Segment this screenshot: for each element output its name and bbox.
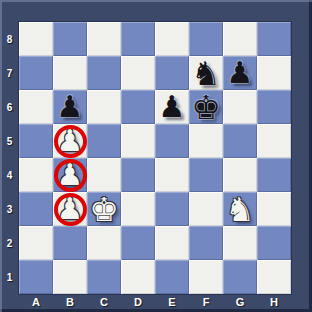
square-a2[interactable]	[19, 226, 53, 260]
square-f1[interactable]	[189, 260, 223, 294]
chess-board: ♞♟♟♟♚♟♟♟♚♞	[19, 22, 291, 294]
square-d6[interactable]	[121, 90, 155, 124]
square-g2[interactable]	[223, 226, 257, 260]
black-king: ♚	[189, 90, 223, 124]
square-d2[interactable]	[121, 226, 155, 260]
square-d7[interactable]	[121, 56, 155, 90]
square-c4[interactable]	[87, 158, 121, 192]
square-c3[interactable]: ♚	[87, 192, 121, 226]
white-knight: ♞	[223, 192, 257, 226]
square-e1[interactable]	[155, 260, 189, 294]
white-pawn: ♟	[53, 124, 87, 158]
rank-label-2: 2	[0, 226, 19, 260]
square-e4[interactable]	[155, 158, 189, 192]
square-g4[interactable]	[223, 158, 257, 192]
square-a1[interactable]	[19, 260, 53, 294]
square-f5[interactable]	[189, 124, 223, 158]
square-a7[interactable]	[19, 56, 53, 90]
square-f3[interactable]	[189, 192, 223, 226]
square-h7[interactable]	[257, 56, 291, 90]
square-g3[interactable]: ♞	[223, 192, 257, 226]
file-label-d: D	[121, 294, 155, 310]
square-d4[interactable]	[121, 158, 155, 192]
black-knight: ♞	[189, 56, 223, 90]
square-b6[interactable]: ♟	[53, 90, 87, 124]
file-label-f: F	[189, 294, 223, 310]
square-g7[interactable]: ♟	[223, 56, 257, 90]
square-b4[interactable]: ♟	[53, 158, 87, 192]
square-f8[interactable]	[189, 22, 223, 56]
file-label-c: C	[87, 294, 121, 310]
white-pawn: ♟	[53, 192, 87, 226]
square-a6[interactable]	[19, 90, 53, 124]
square-b7[interactable]	[53, 56, 87, 90]
square-f6[interactable]: ♚	[189, 90, 223, 124]
square-h4[interactable]	[257, 158, 291, 192]
square-b3[interactable]: ♟	[53, 192, 87, 226]
square-h6[interactable]	[257, 90, 291, 124]
white-king: ♚	[87, 192, 121, 226]
square-e8[interactable]	[155, 22, 189, 56]
square-b2[interactable]	[53, 226, 87, 260]
file-label-g: G	[223, 294, 257, 310]
square-f2[interactable]	[189, 226, 223, 260]
file-labels: ABCDEFGH	[19, 294, 291, 310]
square-g6[interactable]	[223, 90, 257, 124]
square-d8[interactable]	[121, 22, 155, 56]
square-h3[interactable]	[257, 192, 291, 226]
square-b8[interactable]	[53, 22, 87, 56]
file-label-a: A	[19, 294, 53, 310]
square-e7[interactable]	[155, 56, 189, 90]
square-g5[interactable]	[223, 124, 257, 158]
square-e6[interactable]: ♟	[155, 90, 189, 124]
chess-diagram-frame: ♞♟♟♟♚♟♟♟♚♞ 87654321 ABCDEFGH	[0, 0, 312, 312]
square-d3[interactable]	[121, 192, 155, 226]
rank-label-4: 4	[0, 158, 19, 192]
square-c5[interactable]	[87, 124, 121, 158]
square-h2[interactable]	[257, 226, 291, 260]
square-c6[interactable]	[87, 90, 121, 124]
black-pawn: ♟	[223, 56, 257, 90]
rank-label-6: 6	[0, 90, 19, 124]
red-circle-annotation	[54, 125, 87, 158]
square-e2[interactable]	[155, 226, 189, 260]
white-pawn: ♟	[53, 158, 87, 192]
square-e5[interactable]	[155, 124, 189, 158]
rank-label-1: 1	[0, 260, 19, 294]
square-c7[interactable]	[87, 56, 121, 90]
file-label-b: B	[53, 294, 87, 310]
square-a8[interactable]	[19, 22, 53, 56]
square-f7[interactable]: ♞	[189, 56, 223, 90]
rank-label-7: 7	[0, 56, 19, 90]
rank-label-5: 5	[0, 124, 19, 158]
square-g8[interactable]	[223, 22, 257, 56]
square-c8[interactable]	[87, 22, 121, 56]
square-h8[interactable]	[257, 22, 291, 56]
square-e3[interactable]	[155, 192, 189, 226]
rank-label-8: 8	[0, 22, 19, 56]
file-label-e: E	[155, 294, 189, 310]
square-h1[interactable]	[257, 260, 291, 294]
square-a4[interactable]	[19, 158, 53, 192]
red-circle-annotation	[54, 193, 87, 226]
square-a5[interactable]	[19, 124, 53, 158]
square-c2[interactable]	[87, 226, 121, 260]
square-c1[interactable]	[87, 260, 121, 294]
rank-labels: 87654321	[0, 22, 19, 294]
file-label-h: H	[257, 294, 291, 310]
square-d1[interactable]	[121, 260, 155, 294]
red-circle-annotation	[54, 159, 87, 192]
square-h5[interactable]	[257, 124, 291, 158]
square-d5[interactable]	[121, 124, 155, 158]
rank-label-3: 3	[0, 192, 19, 226]
square-b1[interactable]	[53, 260, 87, 294]
black-pawn: ♟	[53, 90, 87, 124]
black-pawn: ♟	[155, 90, 189, 124]
square-g1[interactable]	[223, 260, 257, 294]
square-b5[interactable]: ♟	[53, 124, 87, 158]
square-f4[interactable]	[189, 158, 223, 192]
square-a3[interactable]	[19, 192, 53, 226]
